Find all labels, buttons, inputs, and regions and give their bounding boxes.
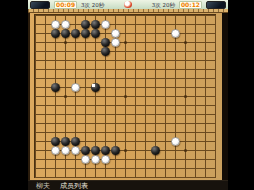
black-player-avatar[interactable] [30,1,50,9]
star-point [64,41,67,44]
stone-white [51,146,60,155]
stone-black [51,29,60,38]
stone-black [61,137,70,146]
stone-black [151,146,160,155]
stone-white [171,137,180,146]
stone-black [71,137,80,146]
grid-line-vertical [175,15,176,178]
player-name-label: 柳夫 [36,182,50,190]
grid-line-vertical [135,15,136,178]
stone-black [91,20,100,29]
stone-white [61,146,70,155]
stone-black [91,29,100,38]
white-player-avatar[interactable] [206,1,226,9]
grid-line-vertical [145,15,146,178]
stone-black [101,47,110,56]
grid-line-horizontal [35,177,216,178]
member-list-button[interactable]: 成员列表 [60,182,88,190]
stone-black [51,83,60,92]
stone-black [61,29,70,38]
stone-black [101,38,110,47]
bottom-status-bar: 柳夫 成员列表 [28,180,228,190]
app-logo-icon [124,1,132,8]
stone-black [81,29,90,38]
stone-white [91,155,100,164]
star-point [184,41,187,44]
star-point [124,149,127,152]
star-point [124,95,127,98]
stone-white [71,146,80,155]
stone-black [81,146,90,155]
black-byoyomi-label: 3次 20秒 [81,2,104,8]
go-board[interactable] [28,13,222,180]
grid-line-horizontal [35,123,216,124]
stone-white [101,155,110,164]
star-point [124,41,127,44]
star-point [64,95,67,98]
grid-line-horizontal [35,114,216,115]
star-point [184,149,187,152]
last-move-marker [92,84,95,87]
grid-line-horizontal [35,132,216,133]
board-area [28,13,228,180]
stone-black [91,83,100,92]
stone-black [111,146,120,155]
stone-black [101,146,110,155]
grid-line-vertical [205,15,206,178]
black-player-timer: 00:09 [54,1,77,9]
grid-line-vertical [195,15,196,178]
stone-black [81,20,90,29]
stone-white [51,20,60,29]
stone-white [111,38,120,47]
stone-black [71,29,80,38]
top-status-bar: 00:09 3次 20秒 3次 20秒 00:12 [28,0,228,9]
stone-black [91,146,100,155]
grid-line-horizontal [35,159,216,160]
stone-white [101,20,110,29]
grid-line-horizontal [35,105,216,106]
stone-white [61,20,70,29]
white-player-timer: 00:12 [179,1,202,9]
star-point [184,95,187,98]
stone-white [81,155,90,164]
grid-line-vertical [165,15,166,178]
stone-white [171,29,180,38]
stone-white [71,83,80,92]
stone-white [111,29,120,38]
go-app-window: 00:09 3次 20秒 3次 20秒 00:12 柳夫 成员列表 [28,0,228,190]
white-byoyomi-label: 3次 20秒 [152,2,175,8]
grid-line-horizontal [35,168,216,169]
grid-line-vertical [215,15,216,178]
stone-black [51,137,60,146]
